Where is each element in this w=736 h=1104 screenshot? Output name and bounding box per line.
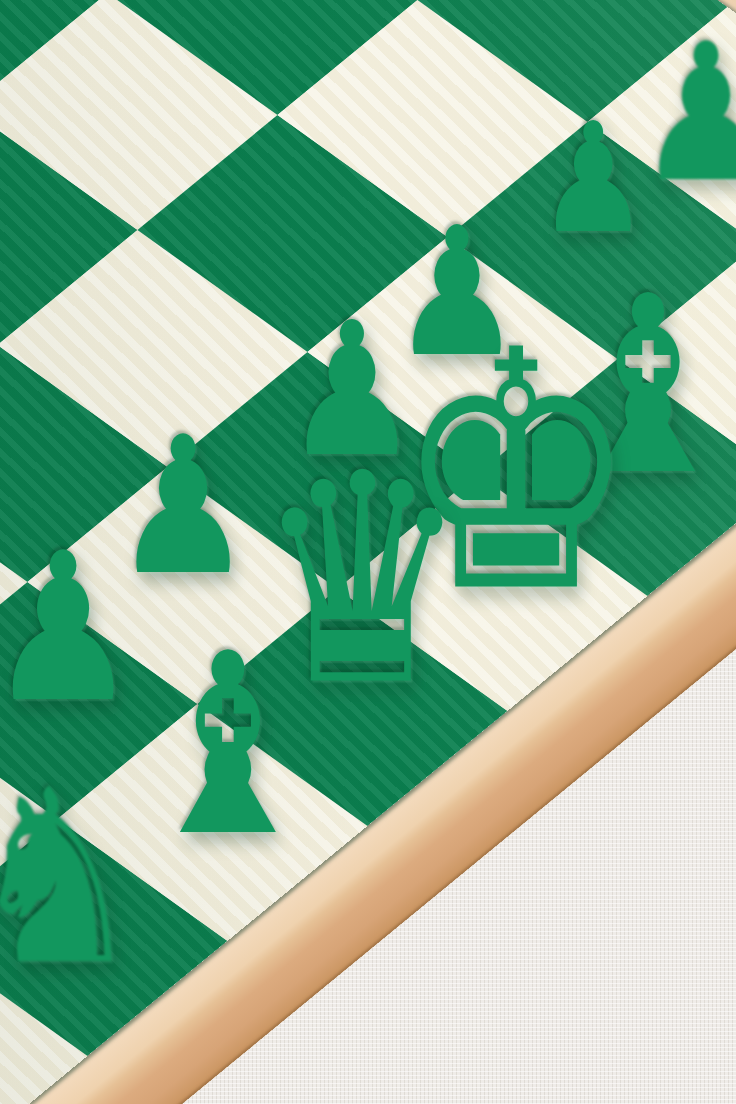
chessboard-photo: ♟♟♟♟♟♟♝♚♛♝♞ bbox=[0, 0, 736, 1104]
chess-piece-bishop-c1: ♝ bbox=[136, 621, 320, 871]
chess-piece-pawn-c2: ♟ bbox=[0, 526, 138, 731]
chess-piece-pawn-g2: ♟ bbox=[537, 103, 649, 255]
pieces-layer: ♟♟♟♟♟♟♝♚♛♝♞ bbox=[0, 0, 736, 1104]
chess-piece-knight-b1: ♞ bbox=[0, 758, 143, 998]
chess-piece-pawn-h2: ♟ bbox=[636, 19, 736, 209]
